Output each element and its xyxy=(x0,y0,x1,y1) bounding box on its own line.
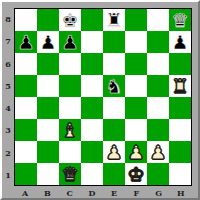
square-b8[interactable] xyxy=(37,9,59,31)
square-b5[interactable] xyxy=(37,75,59,97)
square-a1[interactable] xyxy=(15,163,37,185)
file-label-b: B xyxy=(36,188,58,199)
piece-white-pawn[interactable]: ♟ xyxy=(147,141,169,163)
piece-white-rook[interactable]: ♜ xyxy=(169,75,191,97)
square-b6[interactable] xyxy=(37,53,59,75)
piece-black-queen[interactable]: ♛ xyxy=(169,9,191,31)
rank-label-6: 6 xyxy=(2,53,14,75)
chess-board: ♚♜♛♟♟♟♟♞♜♝♟♟♟♛♚ xyxy=(14,8,192,186)
square-h7[interactable]: ♟ xyxy=(169,31,191,53)
square-b7[interactable]: ♟ xyxy=(37,31,59,53)
square-f6[interactable] xyxy=(125,53,147,75)
square-d7[interactable] xyxy=(81,31,103,53)
square-g5[interactable] xyxy=(147,75,169,97)
rank-labels: 87654321 xyxy=(2,8,14,186)
square-c7[interactable]: ♟ xyxy=(59,31,81,53)
square-f8[interactable] xyxy=(125,9,147,31)
square-b3[interactable] xyxy=(37,119,59,141)
square-c3[interactable]: ♝ xyxy=(59,119,81,141)
piece-black-pawn[interactable]: ♟ xyxy=(15,31,37,53)
square-g8[interactable] xyxy=(147,9,169,31)
rank-label-1: 1 xyxy=(2,164,14,186)
square-h2[interactable] xyxy=(169,141,191,163)
square-e4[interactable] xyxy=(103,97,125,119)
square-e2[interactable]: ♟ xyxy=(103,141,125,163)
square-f1[interactable]: ♚ xyxy=(125,163,147,185)
square-f3[interactable] xyxy=(125,119,147,141)
square-d4[interactable] xyxy=(81,97,103,119)
file-label-h: H xyxy=(170,188,192,199)
rank-label-4: 4 xyxy=(2,97,14,119)
square-d1[interactable] xyxy=(81,163,103,185)
rank-label-8: 8 xyxy=(2,8,14,30)
file-label-g: G xyxy=(148,188,170,199)
square-c5[interactable] xyxy=(59,75,81,97)
square-a3[interactable] xyxy=(15,119,37,141)
square-g4[interactable] xyxy=(147,97,169,119)
square-f5[interactable] xyxy=(125,75,147,97)
square-d2[interactable] xyxy=(81,141,103,163)
square-e7[interactable] xyxy=(103,31,125,53)
square-a5[interactable] xyxy=(15,75,37,97)
file-label-f: F xyxy=(125,188,147,199)
piece-black-king[interactable]: ♚ xyxy=(59,9,81,31)
square-c2[interactable] xyxy=(59,141,81,163)
square-h3[interactable] xyxy=(169,119,191,141)
square-b2[interactable] xyxy=(37,141,59,163)
rank-label-5: 5 xyxy=(2,75,14,97)
file-label-d: D xyxy=(81,188,103,199)
square-e8[interactable]: ♜ xyxy=(103,9,125,31)
square-b1[interactable] xyxy=(37,163,59,185)
square-h1[interactable] xyxy=(169,163,191,185)
square-g3[interactable] xyxy=(147,119,169,141)
piece-black-pawn[interactable]: ♟ xyxy=(37,31,59,53)
square-a8[interactable] xyxy=(15,9,37,31)
square-c1[interactable]: ♛ xyxy=(59,163,81,185)
square-g6[interactable] xyxy=(147,53,169,75)
square-g1[interactable] xyxy=(147,163,169,185)
piece-black-pawn[interactable]: ♟ xyxy=(169,31,191,53)
square-a7[interactable]: ♟ xyxy=(15,31,37,53)
square-f7[interactable] xyxy=(125,31,147,53)
square-d3[interactable] xyxy=(81,119,103,141)
piece-white-pawn[interactable]: ♟ xyxy=(125,141,147,163)
square-a6[interactable] xyxy=(15,53,37,75)
square-g7[interactable] xyxy=(147,31,169,53)
square-c8[interactable]: ♚ xyxy=(59,9,81,31)
file-label-a: A xyxy=(14,188,36,199)
rank-label-3: 3 xyxy=(2,119,14,141)
chess-window: 87654321 ♚♜♛♟♟♟♟♞♜♝♟♟♟♛♚ ABCDEFGH xyxy=(0,0,200,200)
rank-label-2: 2 xyxy=(2,142,14,164)
square-h5[interactable]: ♜ xyxy=(169,75,191,97)
piece-white-king[interactable]: ♚ xyxy=(125,163,147,185)
square-f4[interactable] xyxy=(125,97,147,119)
piece-white-bishop[interactable]: ♝ xyxy=(59,119,81,141)
file-label-e: E xyxy=(103,188,125,199)
square-f2[interactable]: ♟ xyxy=(125,141,147,163)
square-d6[interactable] xyxy=(81,53,103,75)
square-c4[interactable] xyxy=(59,97,81,119)
file-label-c: C xyxy=(59,188,81,199)
square-c6[interactable] xyxy=(59,53,81,75)
square-d5[interactable] xyxy=(81,75,103,97)
square-g2[interactable]: ♟ xyxy=(147,141,169,163)
square-h6[interactable] xyxy=(169,53,191,75)
square-h4[interactable] xyxy=(169,97,191,119)
rank-label-7: 7 xyxy=(2,30,14,52)
square-d8[interactable] xyxy=(81,9,103,31)
file-labels: ABCDEFGH xyxy=(14,188,192,199)
square-e1[interactable] xyxy=(103,163,125,185)
piece-black-rook[interactable]: ♜ xyxy=(103,9,125,31)
piece-black-knight[interactable]: ♞ xyxy=(103,75,125,97)
square-a2[interactable] xyxy=(15,141,37,163)
square-e3[interactable] xyxy=(103,119,125,141)
piece-white-pawn[interactable]: ♟ xyxy=(103,141,125,163)
square-b4[interactable] xyxy=(37,97,59,119)
piece-white-queen[interactable]: ♛ xyxy=(59,163,81,185)
square-h8[interactable]: ♛ xyxy=(169,9,191,31)
square-e6[interactable] xyxy=(103,53,125,75)
square-e5[interactable]: ♞ xyxy=(103,75,125,97)
square-a4[interactable] xyxy=(15,97,37,119)
piece-black-pawn[interactable]: ♟ xyxy=(59,31,81,53)
